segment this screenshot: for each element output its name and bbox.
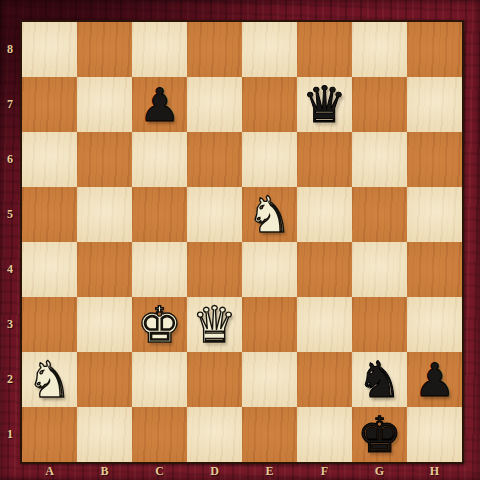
file-label-d: D: [187, 462, 242, 480]
square-e6[interactable]: [242, 132, 297, 187]
square-h2[interactable]: ♟: [407, 352, 462, 407]
square-e1[interactable]: [242, 407, 297, 462]
square-c1[interactable]: [132, 407, 187, 462]
square-f1[interactable]: [297, 407, 352, 462]
square-e7[interactable]: [242, 77, 297, 132]
black-pawn[interactable]: ♟: [132, 77, 187, 132]
square-e5[interactable]: ♞: [242, 187, 297, 242]
black-queen[interactable]: ♛: [297, 77, 352, 132]
file-label-f: F: [297, 462, 352, 480]
square-h7[interactable]: [407, 77, 462, 132]
square-g1[interactable]: ♚: [352, 407, 407, 462]
square-a5[interactable]: [22, 187, 77, 242]
square-e8[interactable]: [242, 22, 297, 77]
square-d1[interactable]: [187, 407, 242, 462]
square-b4[interactable]: [77, 242, 132, 297]
square-d3[interactable]: ♛: [187, 297, 242, 352]
square-c2[interactable]: [132, 352, 187, 407]
square-g8[interactable]: [352, 22, 407, 77]
square-d6[interactable]: [187, 132, 242, 187]
black-pawn[interactable]: ♟: [407, 352, 462, 407]
square-d4[interactable]: [187, 242, 242, 297]
square-f2[interactable]: [297, 352, 352, 407]
rank-label-2: 2: [0, 352, 20, 407]
file-label-e: E: [242, 462, 297, 480]
file-label-g: G: [352, 462, 407, 480]
square-g7[interactable]: [352, 77, 407, 132]
chess-board: ♟♛♞♚♛♞♞♟♚: [20, 20, 464, 464]
square-a1[interactable]: [22, 407, 77, 462]
square-a7[interactable]: [22, 77, 77, 132]
square-d2[interactable]: [187, 352, 242, 407]
square-c8[interactable]: [132, 22, 187, 77]
square-f3[interactable]: [297, 297, 352, 352]
rank-label-6: 6: [0, 132, 20, 187]
white-king[interactable]: ♚: [132, 297, 187, 352]
square-e3[interactable]: [242, 297, 297, 352]
file-label-h: H: [407, 462, 462, 480]
square-a2[interactable]: ♞: [22, 352, 77, 407]
square-a8[interactable]: [22, 22, 77, 77]
square-c6[interactable]: [132, 132, 187, 187]
square-h5[interactable]: [407, 187, 462, 242]
square-h3[interactable]: [407, 297, 462, 352]
square-a4[interactable]: [22, 242, 77, 297]
square-e2[interactable]: [242, 352, 297, 407]
square-f4[interactable]: [297, 242, 352, 297]
file-label-b: B: [77, 462, 132, 480]
chess-board-frame: ♟♛♞♚♛♞♞♟♚ 87654321ABCDEFGH: [0, 0, 480, 480]
square-g5[interactable]: [352, 187, 407, 242]
rank-label-4: 4: [0, 242, 20, 297]
square-d8[interactable]: [187, 22, 242, 77]
square-h1[interactable]: [407, 407, 462, 462]
square-a3[interactable]: [22, 297, 77, 352]
square-f8[interactable]: [297, 22, 352, 77]
square-h4[interactable]: [407, 242, 462, 297]
black-king[interactable]: ♚: [352, 407, 407, 462]
square-b7[interactable]: [77, 77, 132, 132]
white-knight[interactable]: ♞: [22, 352, 77, 407]
file-label-c: C: [132, 462, 187, 480]
square-c7[interactable]: ♟: [132, 77, 187, 132]
square-b8[interactable]: [77, 22, 132, 77]
white-queen[interactable]: ♛: [187, 297, 242, 352]
square-d7[interactable]: [187, 77, 242, 132]
square-b6[interactable]: [77, 132, 132, 187]
square-g6[interactable]: [352, 132, 407, 187]
square-f5[interactable]: [297, 187, 352, 242]
square-g3[interactable]: [352, 297, 407, 352]
white-knight[interactable]: ♞: [242, 187, 297, 242]
square-a6[interactable]: [22, 132, 77, 187]
square-f6[interactable]: [297, 132, 352, 187]
square-c4[interactable]: [132, 242, 187, 297]
square-b5[interactable]: [77, 187, 132, 242]
square-f7[interactable]: ♛: [297, 77, 352, 132]
square-b1[interactable]: [77, 407, 132, 462]
rank-label-7: 7: [0, 77, 20, 132]
rank-label-8: 8: [0, 22, 20, 77]
square-b2[interactable]: [77, 352, 132, 407]
square-h8[interactable]: [407, 22, 462, 77]
square-g4[interactable]: [352, 242, 407, 297]
square-c3[interactable]: ♚: [132, 297, 187, 352]
square-d5[interactable]: [187, 187, 242, 242]
square-g2[interactable]: ♞: [352, 352, 407, 407]
rank-label-3: 3: [0, 297, 20, 352]
square-c5[interactable]: [132, 187, 187, 242]
square-b3[interactable]: [77, 297, 132, 352]
rank-label-1: 1: [0, 407, 20, 462]
black-knight[interactable]: ♞: [352, 352, 407, 407]
square-e4[interactable]: [242, 242, 297, 297]
square-h6[interactable]: [407, 132, 462, 187]
rank-label-5: 5: [0, 187, 20, 242]
file-label-a: A: [22, 462, 77, 480]
